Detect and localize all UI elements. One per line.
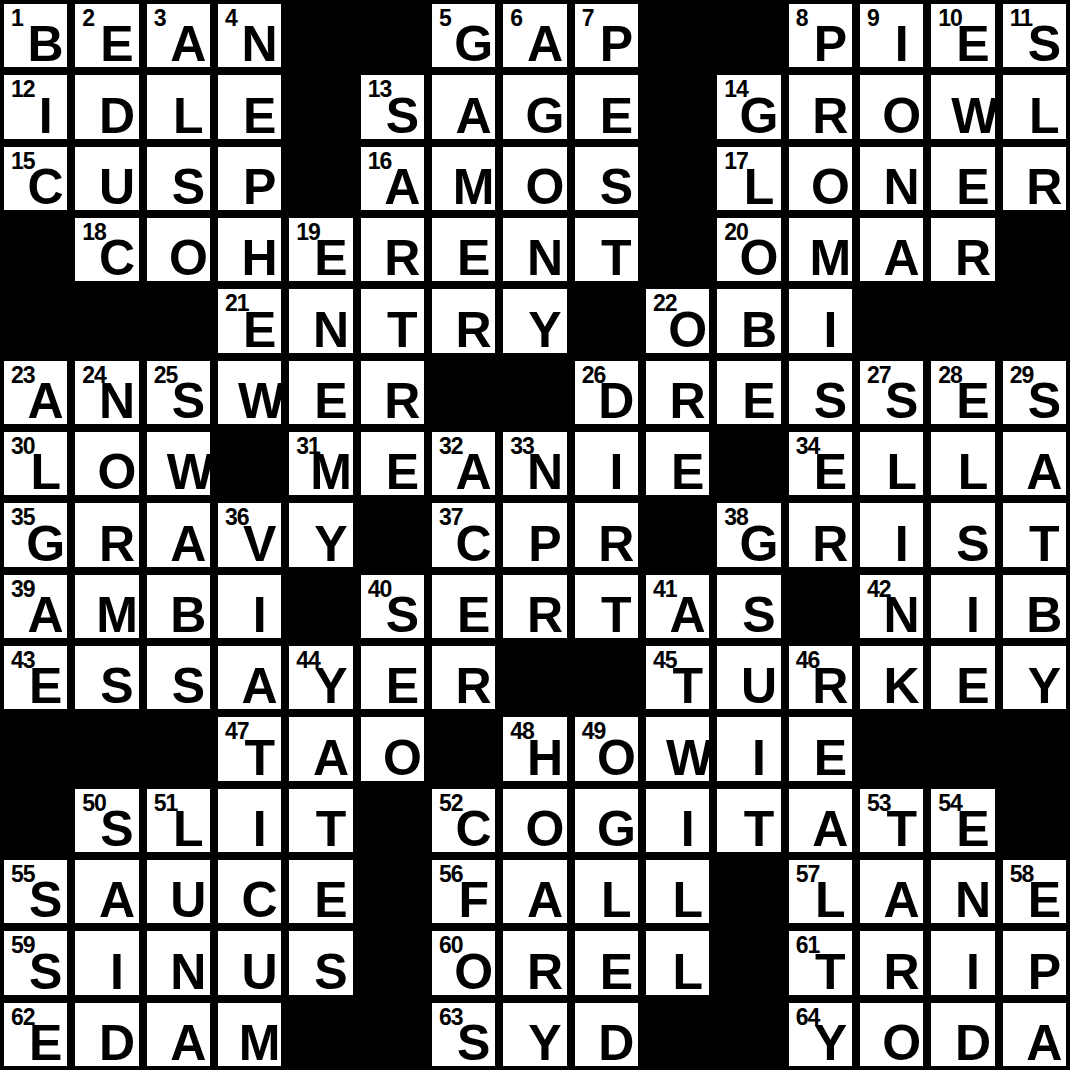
cell-r2c8[interactable]: G	[499, 71, 570, 142]
cell-r14c12[interactable]: 61T	[785, 927, 856, 998]
cell-r11c6[interactable]: O	[357, 713, 428, 784]
block-r5c13	[856, 285, 927, 356]
cell-letter: W	[218, 371, 281, 428]
cell-r2c9[interactable]: E	[571, 71, 642, 142]
cell-r12c11[interactable]: T	[713, 785, 784, 856]
cell-r6c14[interactable]: 28E	[927, 357, 998, 428]
cell-letter: I	[4, 86, 67, 143]
cell-letter: S	[4, 870, 67, 927]
block-r4c10	[642, 214, 713, 285]
cell-r4c9[interactable]: T	[571, 214, 642, 285]
cell-r9c9[interactable]: T	[571, 571, 642, 642]
cell-letter: E	[432, 228, 495, 285]
cell-r15c13[interactable]: O	[856, 999, 927, 1070]
block-r3c5	[285, 143, 356, 214]
cell-r15c4[interactable]: M	[214, 999, 285, 1070]
cell-r15c8[interactable]: Y	[499, 999, 570, 1070]
cell-letter: S	[147, 157, 210, 214]
cell-letter: G	[4, 514, 67, 571]
cell-r8c7[interactable]: 37C	[428, 499, 499, 570]
cell-letter: V	[218, 514, 281, 571]
cell-letter: O	[75, 442, 138, 499]
cell-r6c10[interactable]: R	[642, 357, 713, 428]
cell-letter: E	[289, 228, 352, 285]
cell-r10c11[interactable]: U	[713, 642, 784, 713]
cell-r8c8[interactable]: P	[499, 499, 570, 570]
cell-r9c11[interactable]: S	[713, 571, 784, 642]
cell-r6c13[interactable]: 27S	[856, 357, 927, 428]
cell-r13c2[interactable]: A	[71, 856, 142, 927]
cell-r6c9[interactable]: 26D	[571, 357, 642, 428]
cell-letter: D	[75, 86, 138, 143]
cell-letter: A	[432, 442, 495, 499]
cell-letter: E	[218, 86, 281, 143]
cell-letter: I	[931, 942, 994, 999]
cell-r8c13[interactable]: I	[856, 499, 927, 570]
cell-letter: A	[147, 1013, 210, 1070]
cell-r10c5[interactable]: 44Y	[285, 642, 356, 713]
cell-r10c13[interactable]: K	[856, 642, 927, 713]
cell-r1c4[interactable]: 4N	[214, 0, 285, 71]
block-r5c9	[571, 285, 642, 356]
block-r12c1	[0, 785, 71, 856]
cell-r7c14[interactable]: L	[927, 428, 998, 499]
cell-r10c4[interactable]: A	[214, 642, 285, 713]
cell-letter: E	[432, 585, 495, 642]
cell-letter: A	[147, 14, 210, 71]
cell-r3c15[interactable]: R	[999, 143, 1070, 214]
cell-r15c2[interactable]: D	[71, 999, 142, 1070]
cell-r15c1[interactable]: 62E	[0, 999, 71, 1070]
cell-r4c4[interactable]: H	[214, 214, 285, 285]
cell-r10c3[interactable]: S	[143, 642, 214, 713]
cell-letter: A	[646, 585, 709, 642]
cell-letter: T	[575, 585, 638, 642]
cell-r14c5[interactable]: S	[285, 927, 356, 998]
cell-r3c7[interactable]: M	[428, 143, 499, 214]
cell-r3c6[interactable]: 16A	[357, 143, 428, 214]
cell-letter: O	[361, 728, 424, 785]
cell-r11c11[interactable]: I	[713, 713, 784, 784]
cell-r11c10[interactable]: W	[642, 713, 713, 784]
cell-r14c10[interactable]: L	[642, 927, 713, 998]
cell-letter: L	[860, 442, 923, 499]
cell-r5c5[interactable]: N	[285, 285, 356, 356]
cell-r12c3[interactable]: 51L	[143, 785, 214, 856]
block-r2c10	[642, 71, 713, 142]
cell-r4c14[interactable]: R	[927, 214, 998, 285]
cell-letter: A	[4, 371, 67, 428]
cell-r3c8[interactable]: O	[499, 143, 570, 214]
cell-r1c14[interactable]: 10E	[927, 0, 998, 71]
cell-letter: Y	[503, 300, 566, 357]
cell-letter: S	[361, 86, 424, 143]
cell-r4c13[interactable]: A	[856, 214, 927, 285]
cell-r2c7[interactable]: A	[428, 71, 499, 142]
cell-r9c14[interactable]: I	[927, 571, 998, 642]
cell-letter: R	[432, 300, 495, 357]
cell-r9c8[interactable]: R	[499, 571, 570, 642]
cell-r7c10[interactable]: E	[642, 428, 713, 499]
cell-r2c2[interactable]: D	[71, 71, 142, 142]
cell-r4c2[interactable]: 18C	[71, 214, 142, 285]
cell-r9c3[interactable]: B	[143, 571, 214, 642]
cell-r15c14[interactable]: D	[927, 999, 998, 1070]
cell-r13c3[interactable]: U	[143, 856, 214, 927]
block-r1c6	[357, 0, 428, 71]
cell-letter: A	[147, 514, 210, 571]
cell-r13c4[interactable]: C	[214, 856, 285, 927]
cell-r7c13[interactable]: L	[856, 428, 927, 499]
cell-r1c9[interactable]: 7P	[571, 0, 642, 71]
cell-r8c4[interactable]: 36V	[214, 499, 285, 570]
cell-r15c12[interactable]: 64Y	[785, 999, 856, 1070]
cell-r1c7[interactable]: 5G	[428, 0, 499, 71]
cell-r12c8[interactable]: O	[499, 785, 570, 856]
cell-letter: E	[289, 870, 352, 927]
cell-r12c14[interactable]: 54E	[927, 785, 998, 856]
cell-r14c2[interactable]: I	[71, 927, 142, 998]
cell-letter: A	[218, 656, 281, 713]
block-r5c14	[927, 285, 998, 356]
cell-letter: R	[575, 514, 638, 571]
block-r10c8	[499, 642, 570, 713]
cell-letter: E	[717, 371, 780, 428]
cell-r3c2[interactable]: U	[71, 143, 142, 214]
cell-r12c12[interactable]: A	[785, 785, 856, 856]
cell-r4c5[interactable]: 19E	[285, 214, 356, 285]
block-r9c12	[785, 571, 856, 642]
cell-r10c2[interactable]: S	[71, 642, 142, 713]
cell-letter: E	[931, 799, 994, 856]
cell-letter: S	[860, 371, 923, 428]
cell-r13c10[interactable]: L	[642, 856, 713, 927]
cell-r2c15[interactable]: L	[999, 71, 1070, 142]
cell-r1c12[interactable]: 8P	[785, 0, 856, 71]
cell-r13c8[interactable]: A	[499, 856, 570, 927]
cell-r8c1[interactable]: 35G	[0, 499, 71, 570]
block-r13c6	[357, 856, 428, 927]
cell-r1c1[interactable]: 1B	[0, 0, 71, 71]
cell-letter: A	[860, 228, 923, 285]
cell-letter: Y	[503, 1013, 566, 1070]
cell-letter: A	[860, 870, 923, 927]
cell-r7c15[interactable]: A	[999, 428, 1070, 499]
cell-letter: E	[575, 942, 638, 999]
cell-letter: O	[147, 228, 210, 285]
cell-r9c1[interactable]: 39A	[0, 571, 71, 642]
cell-letter: E	[289, 371, 352, 428]
cell-r7c8[interactable]: 33N	[499, 428, 570, 499]
cell-r3c14[interactable]: E	[927, 143, 998, 214]
block-r14c6	[357, 927, 428, 998]
cell-letter: D	[931, 1013, 994, 1070]
cell-r8c12[interactable]: R	[785, 499, 856, 570]
block-r12c6	[357, 785, 428, 856]
cell-r10c12[interactable]: 46R	[785, 642, 856, 713]
block-r1c11	[713, 0, 784, 71]
block-r5c15	[999, 285, 1070, 356]
cell-letter: D	[575, 371, 638, 428]
cell-r7c12[interactable]: 34E	[785, 428, 856, 499]
cell-r8c11[interactable]: 38G	[713, 499, 784, 570]
cell-letter: C	[4, 157, 67, 214]
cell-letter: O	[575, 728, 638, 785]
cell-r9c2[interactable]: M	[71, 571, 142, 642]
cell-r15c15[interactable]: A	[999, 999, 1070, 1070]
cell-letter: N	[503, 228, 566, 285]
block-r1c5	[285, 0, 356, 71]
cell-r8c9[interactable]: R	[571, 499, 642, 570]
cell-r12c10[interactable]: I	[642, 785, 713, 856]
cell-r1c13[interactable]: 9I	[856, 0, 927, 71]
cell-r2c12[interactable]: R	[785, 71, 856, 142]
cell-r5c10[interactable]: 22O	[642, 285, 713, 356]
block-r15c6	[357, 999, 428, 1070]
cell-letter: S	[1003, 371, 1066, 428]
cell-r2c13[interactable]: O	[856, 71, 927, 142]
cell-letter: A	[1003, 442, 1066, 499]
block-r5c3	[143, 285, 214, 356]
cell-r9c6[interactable]: 40S	[357, 571, 428, 642]
cell-r9c10[interactable]: 41A	[642, 571, 713, 642]
cell-r4c12[interactable]: M	[785, 214, 856, 285]
cell-letter: I	[75, 942, 138, 999]
cell-letter: U	[147, 870, 210, 927]
cell-r13c9[interactable]: L	[571, 856, 642, 927]
cell-letter: T	[289, 799, 352, 856]
cell-letter: M	[75, 585, 138, 642]
cell-letter: O	[717, 228, 780, 285]
cell-r7c9[interactable]: I	[571, 428, 642, 499]
cell-letter: B	[147, 585, 210, 642]
cell-r14c1[interactable]: 59S	[0, 927, 71, 998]
cell-letter: M	[289, 442, 352, 499]
cell-r14c14[interactable]: I	[927, 927, 998, 998]
cell-r11c5[interactable]: A	[285, 713, 356, 784]
cell-r10c15[interactable]: Y	[999, 642, 1070, 713]
cell-r2c6[interactable]: 13S	[357, 71, 428, 142]
cell-letter: L	[1003, 86, 1066, 143]
cell-r12c9[interactable]: G	[571, 785, 642, 856]
cell-letter: A	[1003, 1013, 1066, 1070]
cell-r9c7[interactable]: E	[428, 571, 499, 642]
cell-letter: I	[218, 585, 281, 642]
cell-r8c2[interactable]: R	[71, 499, 142, 570]
cell-r12c4[interactable]: I	[214, 785, 285, 856]
cell-r1c8[interactable]: 6A	[499, 0, 570, 71]
block-r1c10	[642, 0, 713, 71]
cell-r1c2[interactable]: 2E	[71, 0, 142, 71]
cell-r6c4[interactable]: W	[214, 357, 285, 428]
cell-r15c7[interactable]: 63S	[428, 999, 499, 1070]
cell-r5c8[interactable]: Y	[499, 285, 570, 356]
cell-letter: M	[432, 157, 495, 214]
cell-letter: T	[361, 300, 424, 357]
cell-letter: T	[789, 942, 852, 999]
cell-r5c4[interactable]: 21E	[214, 285, 285, 356]
cell-letter: E	[931, 14, 994, 71]
cell-letter: E	[931, 371, 994, 428]
cell-letter: H	[218, 228, 281, 285]
cell-r11c9[interactable]: 49O	[571, 713, 642, 784]
cell-letter: G	[717, 86, 780, 143]
cell-letter: R	[75, 514, 138, 571]
cell-letter: A	[432, 86, 495, 143]
cell-r5c7[interactable]: R	[428, 285, 499, 356]
cell-letter: R	[789, 86, 852, 143]
cell-letter: I	[218, 799, 281, 856]
cell-r13c14[interactable]: N	[927, 856, 998, 927]
cell-r10c14[interactable]: E	[927, 642, 998, 713]
cell-r15c3[interactable]: A	[143, 999, 214, 1070]
block-r2c5	[285, 71, 356, 142]
cell-r13c15[interactable]: 58E	[999, 856, 1070, 927]
cell-r6c5[interactable]: E	[285, 357, 356, 428]
cell-r7c6[interactable]: E	[357, 428, 428, 499]
cell-r2c1[interactable]: 12I	[0, 71, 71, 142]
cell-r10c7[interactable]: R	[428, 642, 499, 713]
cell-r12c5[interactable]: T	[285, 785, 356, 856]
cell-r14c15[interactable]: P	[999, 927, 1070, 998]
block-r11c15	[999, 713, 1070, 784]
cell-r8c5[interactable]: Y	[285, 499, 356, 570]
cell-r13c1[interactable]: 55S	[0, 856, 71, 927]
cell-letter: H	[503, 728, 566, 785]
cell-r6c12[interactable]: S	[785, 357, 856, 428]
cell-r6c1[interactable]: 23A	[0, 357, 71, 428]
cell-letter: B	[1003, 585, 1066, 642]
cell-letter: L	[147, 86, 210, 143]
cell-letter: B	[4, 14, 67, 71]
cell-r8c14[interactable]: S	[927, 499, 998, 570]
cell-r6c2[interactable]: 24N	[71, 357, 142, 428]
cell-r9c4[interactable]: I	[214, 571, 285, 642]
cell-letter: P	[1003, 942, 1066, 999]
cell-r10c1[interactable]: 43E	[0, 642, 71, 713]
cell-r14c13[interactable]: R	[856, 927, 927, 998]
cell-r13c5[interactable]: E	[285, 856, 356, 927]
cell-r2c14[interactable]: W	[927, 71, 998, 142]
cell-r11c12[interactable]: E	[785, 713, 856, 784]
cell-r14c9[interactable]: E	[571, 927, 642, 998]
cell-r3c1[interactable]: 15C	[0, 143, 71, 214]
cell-r12c7[interactable]: 52C	[428, 785, 499, 856]
cell-r4c7[interactable]: E	[428, 214, 499, 285]
cell-letter: P	[503, 514, 566, 571]
cell-r9c13[interactable]: 42N	[856, 571, 927, 642]
cell-letter: A	[75, 870, 138, 927]
cell-r4c11[interactable]: 20O	[713, 214, 784, 285]
cell-r7c7[interactable]: 32A	[428, 428, 499, 499]
cell-r3c4[interactable]: P	[214, 143, 285, 214]
cell-r5c12[interactable]: I	[785, 285, 856, 356]
cell-r3c13[interactable]: N	[856, 143, 927, 214]
cell-r11c4[interactable]: 47T	[214, 713, 285, 784]
cell-r14c7[interactable]: 60O	[428, 927, 499, 998]
block-r4c15	[999, 214, 1070, 285]
block-r5c1	[0, 285, 71, 356]
cell-r10c6[interactable]: E	[357, 642, 428, 713]
cell-r2c11[interactable]: 14G	[713, 71, 784, 142]
cell-r3c3[interactable]: S	[143, 143, 214, 214]
cell-letter: R	[860, 942, 923, 999]
cell-letter: T	[1003, 514, 1066, 571]
cell-letter: P	[789, 14, 852, 71]
cell-letter: S	[75, 799, 138, 856]
block-r9c5	[285, 571, 356, 642]
cell-r9c15[interactable]: B	[999, 571, 1070, 642]
cell-r4c3[interactable]: O	[143, 214, 214, 285]
cell-r1c3[interactable]: 3A	[143, 0, 214, 71]
cell-letter: E	[931, 656, 994, 713]
cell-r4c8[interactable]: N	[499, 214, 570, 285]
cell-r3c9[interactable]: S	[571, 143, 642, 214]
cell-letter: S	[147, 656, 210, 713]
cell-r8c15[interactable]: T	[999, 499, 1070, 570]
cell-letter: O	[503, 157, 566, 214]
cell-r5c6[interactable]: T	[357, 285, 428, 356]
cell-letter: Y	[289, 514, 352, 571]
cell-r14c4[interactable]: U	[214, 927, 285, 998]
cell-r7c1[interactable]: 30L	[0, 428, 71, 499]
block-r7c4	[214, 428, 285, 499]
cell-letter: N	[289, 300, 352, 357]
cell-letter: T	[218, 728, 281, 785]
cell-r10c10[interactable]: 45T	[642, 642, 713, 713]
cell-letter: C	[432, 799, 495, 856]
cell-letter: I	[860, 14, 923, 71]
cell-r7c2[interactable]: O	[71, 428, 142, 499]
cell-r13c13[interactable]: A	[856, 856, 927, 927]
cell-letter: L	[646, 942, 709, 999]
cell-r2c4[interactable]: E	[214, 71, 285, 142]
cell-r7c5[interactable]: 31M	[285, 428, 356, 499]
cell-r3c12[interactable]: O	[785, 143, 856, 214]
cell-r2c3[interactable]: L	[143, 71, 214, 142]
block-r5c2	[71, 285, 142, 356]
cell-letter: A	[361, 157, 424, 214]
cell-r5c11[interactable]: B	[713, 285, 784, 356]
cell-r14c8[interactable]: R	[499, 927, 570, 998]
cell-letter: E	[361, 656, 424, 713]
cell-r11c8[interactable]: 48H	[499, 713, 570, 784]
cell-letter: P	[218, 157, 281, 214]
block-r13c11	[713, 856, 784, 927]
cell-r8c3[interactable]: A	[143, 499, 214, 570]
block-r10c9	[571, 642, 642, 713]
crossword-board: 1B2E3A4N5G6A7P8P9I10E11S12IDLE13SAGE14GR…	[0, 0, 1070, 1070]
cell-r7c3[interactable]: W	[143, 428, 214, 499]
cell-letter: W	[931, 86, 994, 143]
cell-r4c6[interactable]: R	[357, 214, 428, 285]
cell-r6c6[interactable]: R	[357, 357, 428, 428]
cell-r15c9[interactable]: D	[571, 999, 642, 1070]
cell-letter: S	[717, 585, 780, 642]
cell-r13c7[interactable]: 56F	[428, 856, 499, 927]
cell-r3c11[interactable]: 17L	[713, 143, 784, 214]
cell-r12c2[interactable]: 50S	[71, 785, 142, 856]
cell-r6c3[interactable]: 25S	[143, 357, 214, 428]
cell-r6c15[interactable]: 29S	[999, 357, 1070, 428]
cell-r6c11[interactable]: E	[713, 357, 784, 428]
cell-r14c3[interactable]: N	[143, 927, 214, 998]
cell-letter: N	[147, 942, 210, 999]
cell-r13c12[interactable]: 57L	[785, 856, 856, 927]
cell-letter: U	[218, 942, 281, 999]
cell-r12c13[interactable]: 53T	[856, 785, 927, 856]
cell-r1c15[interactable]: 11S	[999, 0, 1070, 71]
